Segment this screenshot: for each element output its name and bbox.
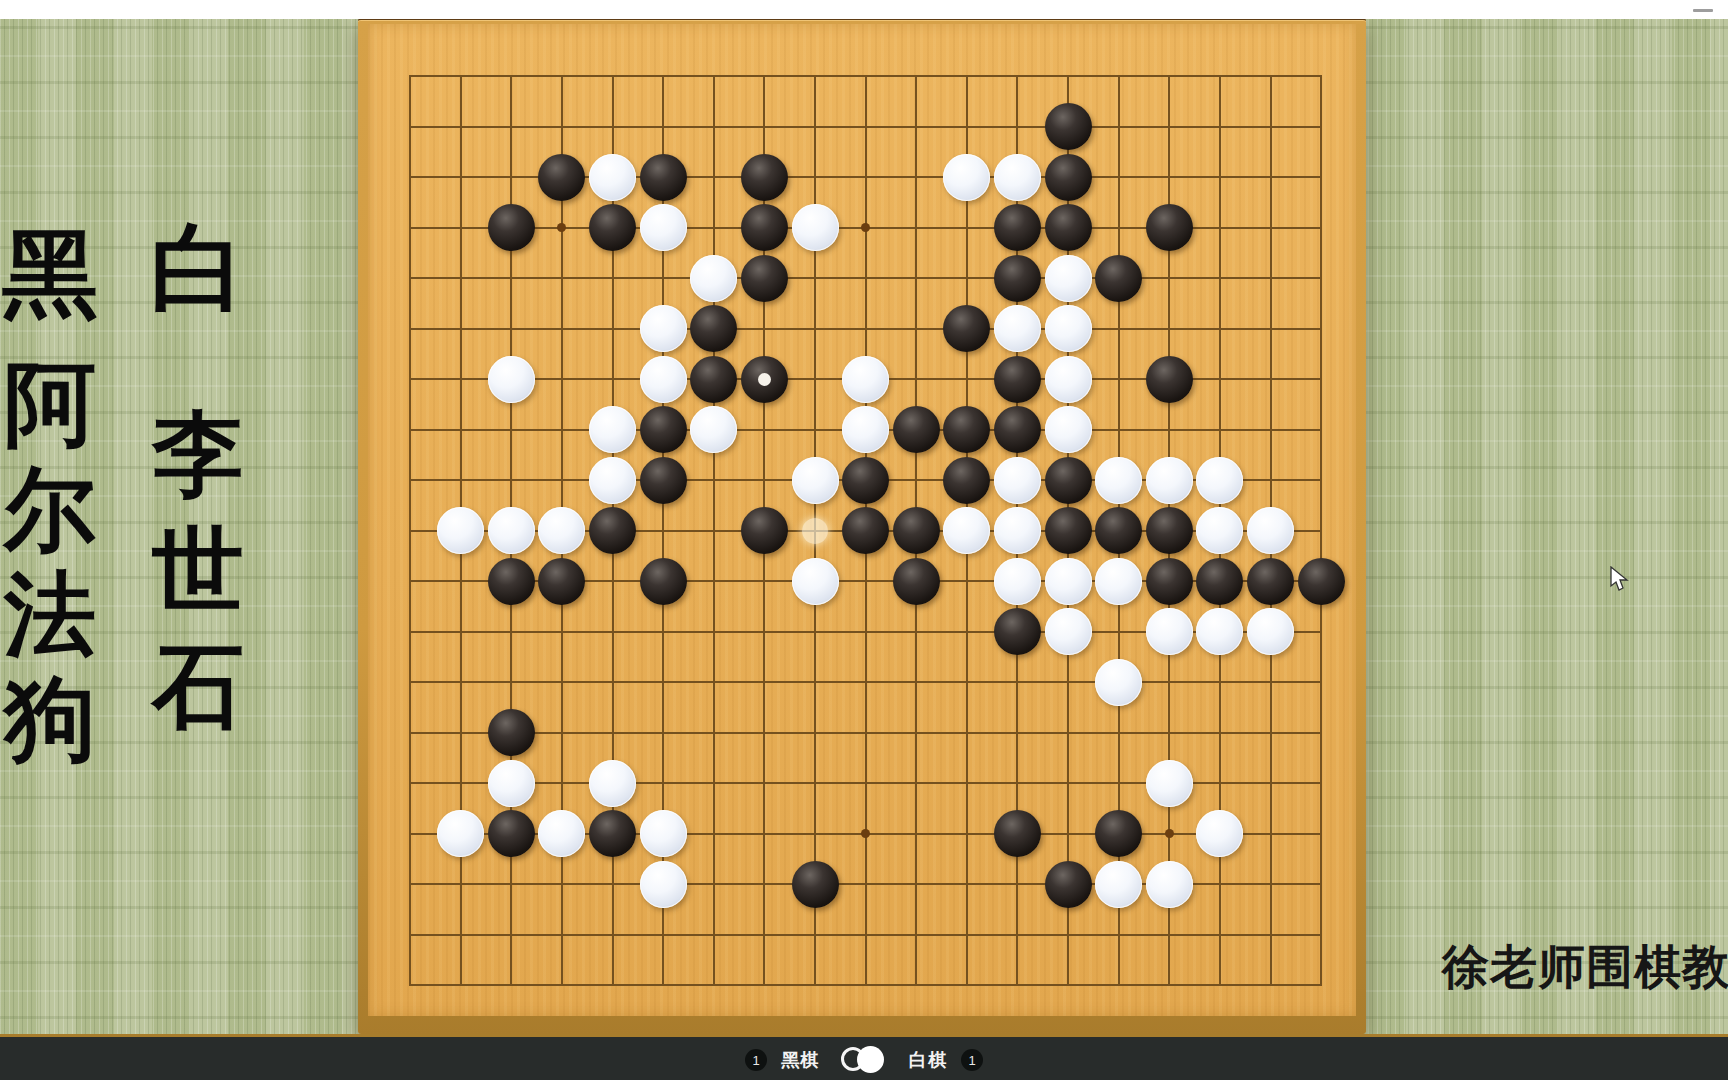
black-stone	[842, 457, 889, 504]
bottom-control-bar: 1 黑棋 白棋 1	[0, 1034, 1728, 1080]
star-point	[557, 223, 566, 232]
white-stone	[538, 507, 585, 554]
black-stone	[1095, 810, 1142, 857]
black-stone	[488, 810, 535, 857]
grid-line-horizontal	[409, 732, 1322, 734]
white-stone	[589, 760, 636, 807]
black-stone	[1095, 255, 1142, 302]
white-stone	[1045, 356, 1092, 403]
black-stone	[589, 204, 636, 251]
black-stone	[538, 558, 585, 605]
black-stone	[1247, 558, 1294, 605]
black-player-name: 阿尔法狗	[0, 352, 102, 772]
white-stone	[1196, 457, 1243, 504]
white-stone	[1045, 608, 1092, 655]
black-stone	[1045, 861, 1092, 908]
white-stone	[488, 760, 535, 807]
go-board	[358, 18, 1366, 1034]
toggle-solid-circle-icon	[857, 1046, 884, 1073]
ghost-white-stone	[802, 518, 828, 544]
white-stone	[1196, 507, 1243, 554]
white-stone	[690, 406, 737, 453]
turn-toggle[interactable]	[841, 1047, 887, 1073]
white-stone	[1146, 760, 1193, 807]
black-stone	[1045, 457, 1092, 504]
white-stone	[589, 406, 636, 453]
star-point	[1165, 829, 1174, 838]
white-capture-badge: 1	[961, 1049, 983, 1071]
black-stone	[994, 356, 1041, 403]
star-point	[861, 223, 870, 232]
mouse-cursor-icon	[1609, 566, 1633, 592]
black-turn-label: 黑棋	[781, 1048, 819, 1072]
white-stone	[640, 356, 687, 403]
white-stone	[1146, 457, 1193, 504]
white-stone	[1146, 861, 1193, 908]
white-stone	[1247, 608, 1294, 655]
black-stone	[994, 810, 1041, 857]
black-stone	[1298, 558, 1345, 605]
white-stone	[1045, 255, 1092, 302]
black-stone	[792, 861, 839, 908]
black-stone	[943, 457, 990, 504]
white-stone	[488, 356, 535, 403]
white-stone	[1146, 608, 1193, 655]
white-stone	[589, 457, 636, 504]
white-stone	[943, 154, 990, 201]
white-stone	[842, 406, 889, 453]
black-stone	[1045, 204, 1092, 251]
black-stone	[943, 406, 990, 453]
black-stone	[893, 406, 940, 453]
black-stone	[741, 154, 788, 201]
black-stone	[488, 709, 535, 756]
white-stone	[640, 204, 687, 251]
white-stone	[842, 356, 889, 403]
window-top-bar	[0, 0, 1728, 19]
white-stone	[1196, 608, 1243, 655]
white-stone	[589, 154, 636, 201]
black-stone	[488, 558, 535, 605]
white-stone	[538, 810, 585, 857]
white-stone	[792, 204, 839, 251]
white-side-label: 白	[146, 216, 250, 320]
white-stone	[1247, 507, 1294, 554]
white-stone	[994, 558, 1041, 605]
white-stone	[1095, 659, 1142, 706]
last-move-marker	[758, 373, 771, 386]
white-player-name: 李世石	[146, 396, 250, 744]
minimize-icon[interactable]	[1693, 9, 1713, 12]
black-stone	[640, 558, 687, 605]
black-stone	[1146, 558, 1193, 605]
grid-line-horizontal	[409, 984, 1322, 986]
black-stone	[1146, 204, 1193, 251]
white-stone	[994, 154, 1041, 201]
black-stone	[640, 457, 687, 504]
white-stone	[437, 507, 484, 554]
black-stone	[741, 204, 788, 251]
star-point	[861, 829, 870, 838]
white-stone	[943, 507, 990, 554]
white-stone	[1045, 558, 1092, 605]
black-stone	[994, 255, 1041, 302]
black-stone	[1045, 103, 1092, 150]
white-stone	[994, 507, 1041, 554]
grid-line-horizontal	[409, 934, 1322, 936]
white-stone	[1045, 305, 1092, 352]
black-stone	[842, 507, 889, 554]
black-stone	[893, 507, 940, 554]
white-stone	[690, 255, 737, 302]
white-stone	[640, 305, 687, 352]
black-stone	[690, 356, 737, 403]
black-stone	[1045, 507, 1092, 554]
black-stone	[1196, 558, 1243, 605]
white-stone	[792, 457, 839, 504]
black-stone	[1095, 507, 1142, 554]
white-stone	[1196, 810, 1243, 857]
white-stone	[994, 457, 1041, 504]
black-stone	[538, 154, 585, 201]
black-stone	[741, 356, 788, 403]
grid-line-horizontal	[409, 681, 1322, 683]
white-stone	[1095, 558, 1142, 605]
black-stone	[1146, 356, 1193, 403]
black-stone	[994, 406, 1041, 453]
black-side-label: 黑	[0, 222, 102, 326]
watermark-text: 徐老师围棋教室	[1442, 936, 1728, 999]
go-board-surface[interactable]	[368, 24, 1356, 1016]
black-stone	[741, 255, 788, 302]
white-stone	[792, 558, 839, 605]
black-stone	[994, 608, 1041, 655]
white-stone	[1045, 406, 1092, 453]
black-stone	[589, 810, 636, 857]
black-stone	[893, 558, 940, 605]
white-stone	[488, 507, 535, 554]
white-stone	[1095, 861, 1142, 908]
white-stone	[994, 305, 1041, 352]
white-turn-label: 白棋	[909, 1048, 947, 1072]
black-stone	[640, 154, 687, 201]
white-stone	[640, 810, 687, 857]
black-stone	[994, 204, 1041, 251]
black-stone	[488, 204, 535, 251]
black-stone	[1146, 507, 1193, 554]
black-stone	[690, 305, 737, 352]
black-stone	[589, 507, 636, 554]
black-stone	[640, 406, 687, 453]
white-stone	[640, 861, 687, 908]
black-stone	[943, 305, 990, 352]
white-stone	[437, 810, 484, 857]
black-stone	[1045, 154, 1092, 201]
grid-line-vertical	[1320, 75, 1322, 986]
white-stone	[1095, 457, 1142, 504]
black-capture-badge: 1	[745, 1049, 767, 1071]
black-stone	[741, 507, 788, 554]
